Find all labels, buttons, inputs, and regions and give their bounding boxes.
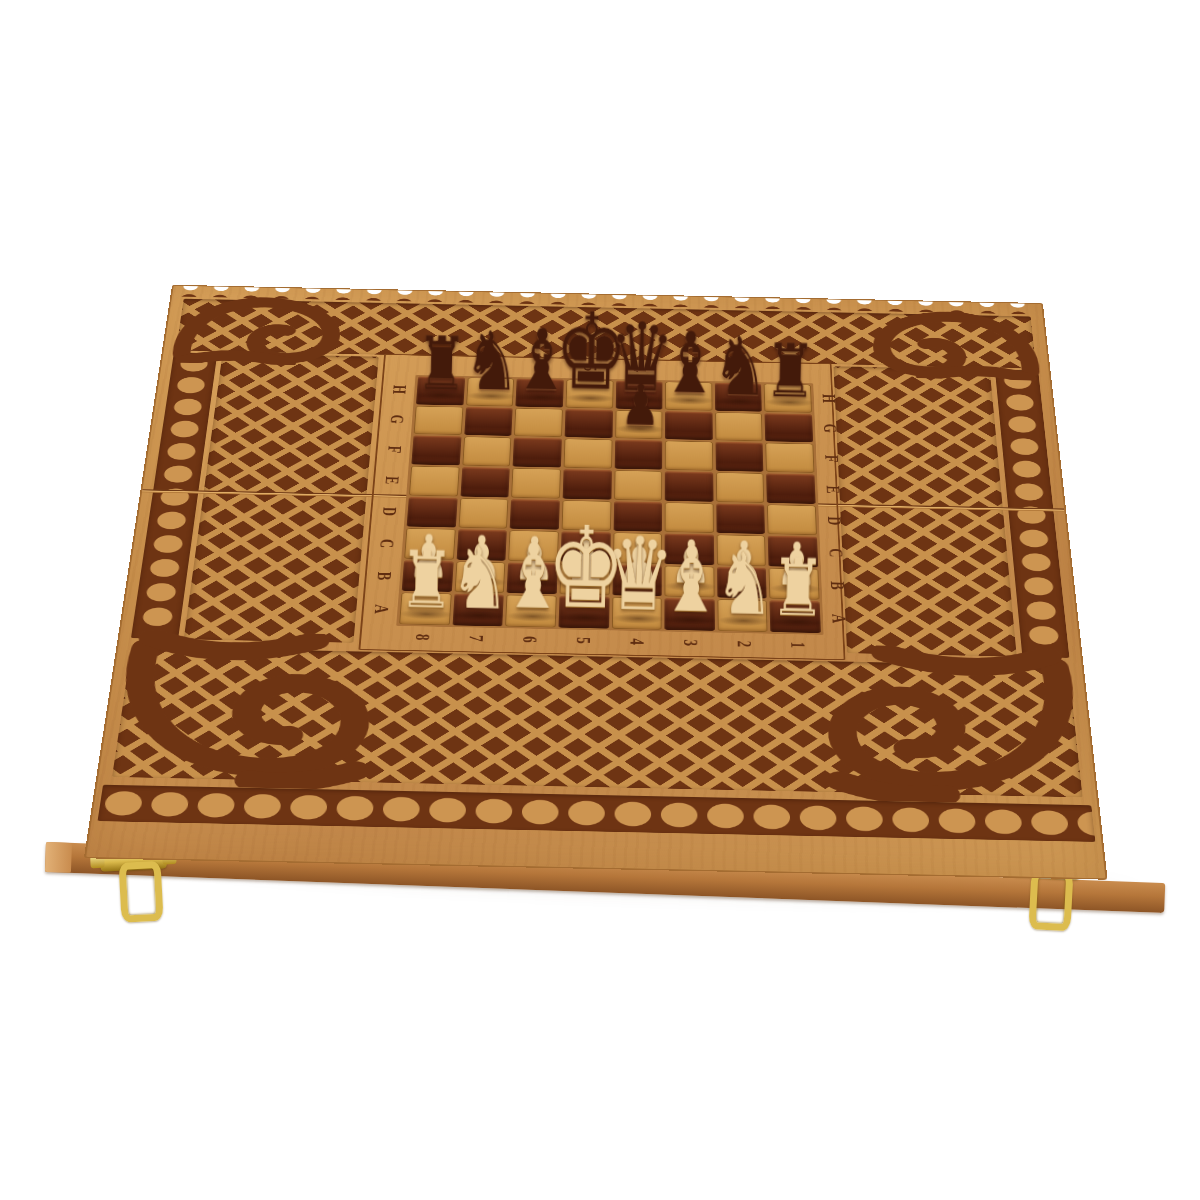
rook-glyph: ♜	[769, 551, 826, 627]
box-top-surface: 87654321 HGFEDCBA HGFEDCBA 87654321 ♜♞♝♚…	[84, 285, 1108, 880]
rook-glyph: ♜	[399, 543, 456, 619]
knight-glyph: ♞	[714, 542, 776, 625]
carved-border-left	[131, 352, 382, 643]
knight-glyph: ♞	[449, 537, 511, 620]
carved-border-right	[830, 366, 1070, 658]
knight-glyph: ♞	[463, 323, 521, 401]
carved-lattice-right	[833, 366, 1016, 657]
knight-glyph: ♞	[711, 328, 769, 406]
pawn-glyph: ♟	[620, 378, 661, 433]
box-top-perspective: 87654321 HGFEDCBA HGFEDCBA 87654321 ♜♞♝♚…	[73, 239, 1126, 901]
scene: 87654321 HGFEDCBA HGFEDCBA 87654321 ♜♞♝♚…	[0, 0, 1200, 1200]
king-glyph: ♚	[546, 514, 627, 622]
